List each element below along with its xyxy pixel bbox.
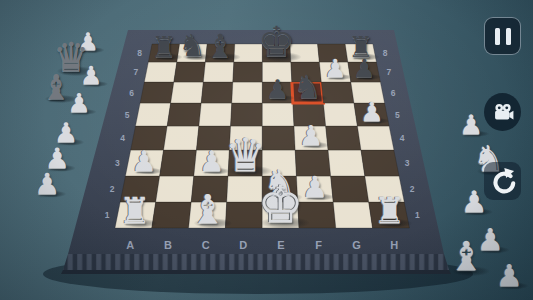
square-b7[interactable] xyxy=(174,62,206,82)
chess-board[interactable]: ABCDEFGH1122334455667788 xyxy=(0,0,533,300)
square-b2[interactable] xyxy=(156,176,194,202)
coord-label: 5 xyxy=(395,110,400,120)
square-b5[interactable] xyxy=(167,103,201,126)
control-panel xyxy=(474,0,530,300)
square-g2[interactable] xyxy=(331,176,369,202)
square-b6[interactable] xyxy=(171,82,204,103)
square-h3[interactable] xyxy=(361,150,399,176)
square-g4[interactable] xyxy=(326,126,361,150)
camera-button[interactable] xyxy=(484,93,521,131)
coord-label: 5 xyxy=(125,110,130,120)
square-f2[interactable] xyxy=(296,176,333,202)
coord-label: 3 xyxy=(115,158,120,168)
square-d7[interactable] xyxy=(233,62,263,82)
square-a7[interactable] xyxy=(144,62,177,82)
undo-button[interactable] xyxy=(484,162,521,200)
square-b4[interactable] xyxy=(164,126,199,150)
coord-label: 2 xyxy=(110,184,115,194)
coord-label: 6 xyxy=(391,88,396,98)
square-c5[interactable] xyxy=(199,103,232,126)
square-e1[interactable] xyxy=(262,202,299,228)
square-a3[interactable] xyxy=(125,150,163,176)
square-a8[interactable] xyxy=(148,44,179,62)
square-a1[interactable] xyxy=(115,202,156,228)
undo-icon xyxy=(487,165,519,197)
square-a4[interactable] xyxy=(131,126,168,150)
square-h6[interactable] xyxy=(351,82,385,103)
square-e2[interactable] xyxy=(262,176,298,202)
square-b8[interactable] xyxy=(177,44,207,62)
coord-label: A xyxy=(126,239,134,251)
square-c4[interactable] xyxy=(196,126,230,150)
coord-label: E xyxy=(277,239,284,251)
square-f4[interactable] xyxy=(294,126,328,150)
square-h2[interactable] xyxy=(365,176,404,202)
square-e5[interactable] xyxy=(262,103,294,126)
square-f5[interactable] xyxy=(293,103,326,126)
square-f8[interactable] xyxy=(290,44,319,62)
square-f6[interactable] xyxy=(292,82,324,103)
square-h8[interactable] xyxy=(345,44,376,62)
square-h7[interactable] xyxy=(348,62,380,82)
square-g6[interactable] xyxy=(321,82,354,103)
square-a6[interactable] xyxy=(140,82,174,103)
coord-label: 1 xyxy=(415,210,420,220)
square-d8[interactable] xyxy=(234,44,263,62)
square-h4[interactable] xyxy=(357,126,393,150)
square-g8[interactable] xyxy=(318,44,348,62)
coord-label: 8 xyxy=(383,48,388,58)
coord-label: H xyxy=(390,239,398,251)
coord-label: D xyxy=(239,239,247,251)
square-g7[interactable] xyxy=(319,62,350,82)
coord-label: F xyxy=(315,239,322,251)
square-d6[interactable] xyxy=(232,82,263,103)
square-e4[interactable] xyxy=(262,126,295,150)
square-e6[interactable] xyxy=(262,82,293,103)
square-e8[interactable] xyxy=(262,44,291,62)
coord-label: B xyxy=(164,239,172,251)
square-d1[interactable] xyxy=(225,202,262,228)
board-front-edge xyxy=(63,254,449,270)
coord-label: 3 xyxy=(405,158,410,168)
square-c8[interactable] xyxy=(205,44,234,62)
square-c6[interactable] xyxy=(201,82,233,103)
coord-label: 7 xyxy=(387,67,392,77)
square-g1[interactable] xyxy=(333,202,372,228)
pause-icon xyxy=(495,28,511,45)
square-a2[interactable] xyxy=(120,176,159,202)
square-d5[interactable] xyxy=(231,103,263,126)
square-b3[interactable] xyxy=(160,150,197,176)
coord-label: C xyxy=(202,239,210,251)
coord-label: 1 xyxy=(105,210,110,220)
square-d2[interactable] xyxy=(227,176,263,202)
square-h1[interactable] xyxy=(369,202,410,228)
square-f7[interactable] xyxy=(291,62,321,82)
coord-label: 8 xyxy=(137,48,142,58)
square-g3[interactable] xyxy=(328,150,365,176)
square-f1[interactable] xyxy=(298,202,336,228)
square-d3[interactable] xyxy=(228,150,262,176)
square-e3[interactable] xyxy=(262,150,296,176)
square-b1[interactable] xyxy=(152,202,191,228)
square-d4[interactable] xyxy=(229,126,262,150)
coord-label: 4 xyxy=(120,133,125,143)
square-g5[interactable] xyxy=(323,103,357,126)
square-c7[interactable] xyxy=(203,62,234,82)
square-e7[interactable] xyxy=(262,62,292,82)
square-c3[interactable] xyxy=(194,150,230,176)
square-c2[interactable] xyxy=(191,176,228,202)
pause-button[interactable] xyxy=(484,17,521,55)
square-f3[interactable] xyxy=(295,150,330,176)
coord-label: 7 xyxy=(133,67,138,77)
coord-label: 6 xyxy=(129,88,134,98)
square-a5[interactable] xyxy=(136,103,171,126)
coord-label: G xyxy=(352,239,361,251)
coord-label: 2 xyxy=(410,184,415,194)
coord-label: 4 xyxy=(400,133,405,143)
square-c1[interactable] xyxy=(189,202,227,228)
square-h5[interactable] xyxy=(354,103,389,126)
chess-game-scene: ABCDEFGH1122334455667788 ♜♞♝♚♜♟♟♟♞♟♟♟♟♛♞… xyxy=(0,0,533,300)
camera-icon xyxy=(488,97,518,127)
